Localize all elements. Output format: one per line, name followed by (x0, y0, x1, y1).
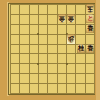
hoshi-point (37, 63, 39, 65)
square-1g[interactable] (86, 64, 95, 74)
square-6i[interactable] (39, 84, 48, 94)
square-2f[interactable] (76, 54, 85, 64)
square-2d[interactable] (76, 35, 85, 45)
square-6h[interactable] (39, 74, 48, 84)
square-6b[interactable] (39, 15, 48, 25)
square-4h[interactable] (58, 74, 67, 84)
square-7i[interactable] (30, 84, 39, 94)
square-5d[interactable] (48, 35, 57, 45)
square-9f[interactable] (11, 54, 20, 64)
square-9e[interactable] (11, 45, 20, 55)
square-5h[interactable] (48, 74, 57, 84)
table-background-band (96, 0, 100, 100)
square-2b[interactable] (76, 15, 85, 25)
square-4g[interactable] (58, 64, 67, 74)
square-1h[interactable] (86, 74, 95, 84)
square-6e[interactable] (39, 45, 48, 55)
square-1i[interactable] (86, 84, 95, 94)
piece-kanji: と (87, 15, 93, 21)
piece-kanji: 歩 (68, 35, 74, 41)
square-5i[interactable] (48, 84, 57, 94)
square-9c[interactable] (11, 25, 20, 35)
square-5g[interactable] (48, 64, 57, 74)
square-8g[interactable] (20, 64, 29, 74)
square-9i[interactable] (11, 84, 20, 94)
square-2a[interactable] (76, 5, 85, 15)
shogi-board: 玉金金と香歩桂香 (8, 3, 95, 95)
square-3f[interactable] (67, 54, 76, 64)
square-4e[interactable] (58, 45, 67, 55)
square-4d[interactable] (58, 35, 67, 45)
square-7h[interactable] (30, 74, 39, 84)
square-6d[interactable] (39, 35, 48, 45)
square-7b[interactable] (30, 15, 39, 25)
square-2h[interactable] (76, 74, 85, 84)
square-2g[interactable] (76, 64, 85, 74)
square-6f[interactable] (39, 54, 48, 64)
square-5b[interactable] (48, 15, 57, 25)
square-9g[interactable] (11, 64, 20, 74)
piece-kanji: 玉 (87, 5, 93, 11)
piece-kanji: 香 (87, 25, 93, 31)
square-2i[interactable] (76, 84, 85, 94)
square-7g[interactable] (30, 64, 39, 74)
square-6a[interactable] (39, 5, 48, 15)
hoshi-point (37, 33, 39, 35)
square-7e[interactable] (30, 45, 39, 55)
piece-kanji: 香 (87, 45, 93, 51)
square-8a[interactable] (20, 5, 29, 15)
square-8i[interactable] (20, 84, 29, 94)
square-4i[interactable] (58, 84, 67, 94)
square-8f[interactable] (20, 54, 29, 64)
square-9d[interactable] (11, 35, 20, 45)
square-3a[interactable] (67, 5, 76, 15)
piece-kanji: 金 (59, 15, 65, 21)
square-5e[interactable] (48, 45, 57, 55)
square-3h[interactable] (67, 74, 76, 84)
square-3g[interactable] (67, 64, 76, 74)
square-1f[interactable] (86, 54, 95, 64)
square-2c[interactable] (76, 25, 85, 35)
square-8h[interactable] (20, 74, 29, 84)
piece-kanji: 桂 (78, 45, 84, 51)
square-8b[interactable] (20, 15, 29, 25)
square-3e[interactable] (67, 45, 76, 55)
square-3i[interactable] (67, 84, 76, 94)
square-9a[interactable] (11, 5, 20, 15)
square-6c[interactable] (39, 25, 48, 35)
shogi-diagram: 玉金金と香歩桂香 (0, 0, 100, 100)
square-4a[interactable] (58, 5, 67, 15)
square-5a[interactable] (48, 5, 57, 15)
square-8e[interactable] (20, 45, 29, 55)
square-7a[interactable] (30, 5, 39, 15)
square-5f[interactable] (48, 54, 57, 64)
square-7d[interactable] (30, 35, 39, 45)
square-9b[interactable] (11, 15, 20, 25)
square-1d[interactable] (86, 35, 95, 45)
hoshi-point (66, 63, 68, 65)
square-6g[interactable] (39, 64, 48, 74)
square-5c[interactable] (48, 25, 57, 35)
square-8c[interactable] (20, 25, 29, 35)
square-8d[interactable] (20, 35, 29, 45)
piece-kanji: 金 (68, 15, 74, 21)
square-9h[interactable] (11, 74, 20, 84)
square-3c[interactable] (67, 25, 76, 35)
